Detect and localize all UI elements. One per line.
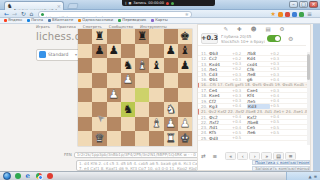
bookmark-label: Переводчик (122, 18, 146, 22)
board-icon[interactable]: ▤ (265, 26, 270, 32)
menu-button[interactable]: ≡ (213, 153, 218, 159)
edit-icon[interactable]: ✎ (223, 26, 228, 32)
square-f1[interactable] (149, 131, 163, 146)
bookmark-item[interactable]: Переводчик (118, 18, 146, 22)
white-eval: +0.3 (232, 94, 247, 98)
eval-badge: +0.3 (201, 33, 218, 44)
window-controls: –□✕ (289, 1, 318, 8)
white-eval: +0.2 (232, 57, 247, 61)
square-b1[interactable]: ♛ (92, 131, 106, 146)
black-knight-d6[interactable]: ♞ (123, 60, 133, 72)
square-e7[interactable] (135, 44, 149, 59)
white-queen-b1[interactable]: ♛ (94, 133, 104, 145)
square-g1[interactable]: ♜ (164, 131, 178, 146)
square-b8[interactable]: ♜ (92, 29, 106, 44)
move-number: 23. (201, 125, 209, 130)
square-b7[interactable]: ♟ (92, 44, 106, 59)
forward-button[interactable]: → (11, 11, 18, 17)
square-e6[interactable]: ♝ (135, 58, 149, 73)
square-g6[interactable] (164, 58, 178, 73)
black-move[interactable]: cxd4 (247, 62, 270, 67)
black-rook-b8[interactable]: ♜ (94, 31, 104, 43)
white-rook-g1[interactable]: ♜ (165, 133, 175, 145)
black-move[interactable]: Сe5 (247, 125, 270, 130)
system-tray[interactable]: ▲≡ (286, 172, 320, 180)
square-f8[interactable] (149, 29, 163, 44)
start-orb[interactable] (3, 172, 11, 180)
square-e2[interactable] (135, 117, 149, 132)
black-move[interactable]: g6 (247, 77, 270, 82)
bookmark-label: Почта (31, 18, 43, 22)
black-move[interactable]: Лb8 (247, 51, 270, 56)
black-eval: +0.5 (270, 120, 285, 124)
move-number: 11. (201, 51, 209, 56)
lichess-favicon-icon: ♞ (7, 3, 12, 9)
white-move[interactable]: Кxe4 (209, 93, 232, 98)
gear-icon[interactable]: ⚙ (288, 35, 293, 42)
white-eval: +0.4 (232, 126, 247, 130)
tray-icon[interactable]: ▲ (309, 174, 312, 179)
square-c3[interactable] (107, 102, 121, 117)
black-eval: +0.4 (270, 78, 285, 82)
bookmark-item[interactable]: Почта (27, 18, 43, 22)
gear-icon[interactable]: ⚙ (280, 26, 285, 32)
close-button[interactable]: ✕ (309, 1, 318, 8)
white-move[interactable]: Лd1 (209, 125, 232, 130)
move-number: 21. (201, 115, 209, 120)
square-f3[interactable] (149, 102, 163, 117)
screen: ♞ Анализ шахматной партии • lichess.org … (0, 0, 320, 180)
white-eval: +0.5 (232, 131, 247, 135)
white-move[interactable]: Сf2 (209, 99, 232, 104)
engine-pv-line[interactable]: 17. Лad1 Фb6 18. Сe3 Фxb2 19. Лb1 Фa3 20… (198, 45, 306, 51)
bookmark-favicon-icon (4, 19, 7, 22)
black-pawn-g7[interactable]: ♟ (165, 45, 175, 57)
variant-icon (39, 51, 46, 58)
square-g7[interactable]: ♟ (164, 44, 178, 59)
extension-icon[interactable] (299, 12, 304, 17)
square-a1[interactable] (78, 131, 92, 146)
square-e8[interactable]: ♜ (135, 29, 149, 44)
black-eval: +0.4 (270, 115, 285, 119)
engine-toggle[interactable] (267, 35, 281, 42)
site-nav-item[interactable]: Сообщество (109, 25, 133, 29)
new-tab-button[interactable] (67, 3, 79, 9)
bookmark-star-icon[interactable]: ★ (185, 12, 189, 17)
white-move[interactable]: Сd3 (209, 72, 232, 77)
black-king-h8[interactable]: ♚ (180, 31, 190, 43)
white-pawn-d5[interactable]: ♟ (123, 74, 133, 86)
square-g8[interactable] (164, 29, 178, 44)
bookmark-item[interactable]: ВКонтакте (48, 18, 73, 22)
square-g5[interactable] (164, 73, 178, 88)
bookmark-favicon-icon (151, 19, 154, 22)
square-h3[interactable] (178, 102, 192, 117)
bookmark-label: Карты (155, 18, 168, 22)
square-d6[interactable]: ♞ (121, 58, 135, 73)
black-move[interactable]: Лe5 (247, 99, 270, 104)
first-move-button[interactable]: « (225, 152, 236, 160)
square-a6[interactable] (78, 58, 92, 73)
white-eval: +0.4 (232, 120, 247, 124)
square-e4[interactable] (135, 88, 149, 103)
taskbar: e ▲≡ (0, 171, 320, 180)
black-move[interactable]: Сf6 (247, 67, 270, 72)
black-bishop-f6[interactable]: ♝ (151, 60, 161, 72)
black-eval: +0.3 (270, 67, 285, 71)
black-move[interactable]: Кxf2 (247, 115, 270, 120)
square-b6[interactable] (92, 58, 106, 73)
bookmark-label: Яндекс (8, 18, 22, 22)
record-icon[interactable] (166, 2, 169, 5)
variant-label: Standard (48, 52, 68, 57)
tray-icon[interactable]: ≡ (314, 174, 317, 179)
record-icon[interactable] (47, 173, 53, 179)
square-a4[interactable] (78, 88, 92, 103)
square-h2[interactable]: ♟ (178, 117, 192, 132)
move-number: 15. (201, 72, 209, 77)
white-bishop-e6[interactable]: ♝ (137, 60, 147, 72)
white-eval: +0.2 (232, 67, 247, 71)
engine-info: Глубина 20/45 Stockfish 10+ в браузере (221, 34, 265, 44)
move-number: 22. (201, 120, 209, 125)
white-eval: +0.2 (232, 52, 247, 56)
move-number: 17. (201, 88, 209, 93)
square-f6[interactable]: ♝ (149, 58, 163, 73)
panel-tabs: ✎✚☻▤⚙ (198, 26, 310, 32)
white-move[interactable]: Фb1 (209, 77, 232, 82)
chrome-icon[interactable] (36, 173, 42, 179)
square-f2[interactable]: ♝ (149, 117, 163, 132)
white-move[interactable]: Фc2 (209, 115, 232, 120)
minimize-button[interactable]: – (289, 1, 298, 8)
white-bishop-f2[interactable]: ♝ (151, 118, 161, 130)
home-button[interactable]: ⌂ (28, 11, 35, 17)
bookmark-item[interactable]: Яндекс (4, 18, 22, 22)
black-eval: +0.4 (270, 99, 285, 103)
square-a8[interactable] (78, 29, 92, 44)
action-button[interactable]: Практика с компьютером (252, 160, 310, 166)
square-c5[interactable] (107, 73, 121, 88)
black-eval: +0.5 (270, 131, 285, 135)
chevron-down-icon: ▾ (75, 52, 77, 57)
app-green[interactable] (15, 173, 21, 179)
site-nav-item[interactable]: Инструменты (140, 25, 167, 29)
square-a5[interactable] (78, 73, 92, 88)
extension-icon[interactable] (292, 12, 297, 17)
favorites-star-icon[interactable]: ★ (271, 11, 276, 17)
black-eval: +0.3 (270, 73, 285, 77)
prev-move-button[interactable]: ‹ (237, 152, 248, 160)
bookmark-favicon-icon (78, 19, 81, 22)
black-move[interactable]: Сxe4 (247, 88, 270, 93)
address-bar[interactable]: https://lichess.org/analysis ★ (38, 11, 192, 18)
black-eval: +0.3 (270, 57, 285, 61)
white-eval: +0.3 (232, 89, 247, 93)
movelist-scrollbar[interactable] (307, 52, 310, 145)
white-eval: +0.5 (232, 136, 247, 140)
bookmark-item[interactable]: Одноклассники (78, 18, 113, 22)
site-nav-item[interactable]: Практика (57, 25, 76, 29)
square-c4[interactable]: ♟ (107, 88, 121, 103)
move-number: 13. (201, 62, 209, 67)
recording-label: Запись (133, 2, 146, 5)
square-d1[interactable] (121, 131, 135, 146)
pause-icon[interactable]: ‖ (125, 2, 127, 4)
square-c2[interactable] (107, 117, 121, 132)
white-eval: +0.4 (232, 104, 247, 108)
white-move[interactable]: Кxd4 (209, 62, 232, 67)
engine-eval-row: +0.3 Глубина 20/45 Stockfish 10+ в брауз… (198, 33, 310, 44)
move-row[interactable]: 25.Фd3+0.5 (198, 136, 307, 141)
move-number: 18. (201, 93, 209, 98)
move-number: 19. (201, 99, 209, 104)
square-d8[interactable] (121, 29, 135, 44)
white-move[interactable]: Кg3 (209, 104, 232, 109)
back-button[interactable]: ← (3, 11, 10, 17)
square-h7[interactable]: ♝ (178, 44, 192, 59)
square-g4[interactable] (164, 88, 178, 103)
black-move[interactable]: Лe6 (247, 130, 270, 135)
analysis-panel: ✎✚☻▤⚙ +0.3 Глубина 20/45 Stockfish 10+ в… (197, 24, 311, 172)
white-move[interactable]: Фb3 (209, 51, 232, 56)
move-number: 24. (201, 130, 209, 135)
square-f5[interactable] (149, 73, 163, 88)
black-eval: +0.4 (270, 94, 285, 98)
white-eval: +0.4 (232, 115, 247, 119)
square-h8[interactable]: ♚ (178, 29, 192, 44)
bookmark-label: Одноклассники (82, 18, 113, 22)
black-pawn-c7[interactable]: ♟ (108, 45, 118, 57)
bookmark-favicon-icon (48, 19, 51, 22)
square-e1[interactable] (135, 131, 149, 146)
site-nav-item[interactable]: Смотреть (83, 25, 102, 29)
square-c8[interactable] (107, 29, 121, 44)
bookmark-favicon-icon (118, 19, 121, 22)
white-move[interactable]: Лe1 (209, 67, 232, 72)
lichess-page: ИгратьПрактикаСмотретьСообществоИнструме… (0, 24, 313, 172)
white-pawn-g2[interactable]: ♟ (165, 118, 175, 130)
maximize-button[interactable]: □ (299, 1, 308, 8)
plus-icon[interactable]: ✚ (237, 26, 242, 32)
square-f4[interactable] (149, 88, 163, 103)
square-d7[interactable] (121, 44, 135, 59)
white-move[interactable]: Лxf2 (209, 120, 232, 125)
square-h4[interactable] (178, 88, 192, 103)
square-d3[interactable]: ♞ (121, 102, 135, 117)
square-c1[interactable] (107, 131, 121, 146)
site-nav-item[interactable]: Играть (36, 25, 50, 29)
square-b4[interactable] (92, 88, 106, 103)
white-move[interactable]: Сe4 (209, 88, 232, 93)
black-move[interactable]: Кd3 (247, 104, 270, 109)
recording-time: 00:00:00 (148, 2, 164, 5)
site-nav: ИгратьПрактикаСмотретьСообществоИнструме… (36, 25, 167, 29)
toolbar-icons: ★ ≡ (271, 11, 312, 17)
move-number: 25. (201, 136, 209, 141)
move-number: 16. (201, 77, 209, 82)
square-h6[interactable]: ♟ (178, 58, 192, 73)
tab-close-icon[interactable]: × (57, 3, 61, 9)
move-list[interactable]: 11.Фb3+0.2Лb8+0.212.Сc2+0.2Кd4+0.313.Кxd… (198, 51, 307, 145)
square-c6[interactable] (107, 58, 121, 73)
chess-board[interactable]: ♜♜♚♟♟♟♝♞♝♝♟♟♟♞♞♝♟♟♛♜♚ (78, 29, 192, 146)
browser-menu-icon[interactable]: ≡ (307, 11, 312, 17)
white-move[interactable]: Кf5 (209, 130, 232, 135)
square-b5[interactable] (92, 73, 106, 88)
square-e3[interactable] (135, 102, 149, 117)
white-pawn-c4[interactable]: ♟ (108, 89, 118, 101)
move-number: 12. (201, 56, 209, 61)
square-g2[interactable]: ♟ (164, 117, 178, 132)
action-buttons: Практика с компьютеромЗапросить компьюте… (252, 160, 310, 172)
square-e5[interactable] (135, 73, 149, 88)
black-rook-e8[interactable]: ♜ (137, 31, 147, 43)
flip-board-button[interactable]: ⇄ (201, 153, 206, 159)
black-eval: +0.3 (270, 62, 285, 66)
black-move[interactable]: Кf4 (247, 93, 270, 98)
black-move[interactable]: Кd4 (247, 56, 270, 61)
black-bishop-h7[interactable]: ♝ (180, 45, 190, 57)
black-eval: +0.5 (270, 126, 285, 130)
square-a7[interactable] (78, 44, 92, 59)
recording-aux-icon[interactable] (171, 2, 174, 5)
white-eval: +0.3 (232, 78, 247, 82)
square-c7[interactable]: ♟ (107, 44, 121, 59)
variant-select[interactable]: Standard ▾ (36, 49, 80, 61)
white-king-h1[interactable]: ♚ (180, 133, 190, 145)
white-eval: +0.3 (232, 62, 247, 66)
black-eval: +0.5 (270, 104, 285, 108)
square-d2[interactable] (121, 117, 135, 132)
square-h1[interactable]: ♚ (178, 131, 192, 146)
refresh-button[interactable]: ↻ (20, 11, 27, 17)
move-number: 14. (201, 67, 209, 72)
bookmark-label: ВКонтакте (52, 18, 73, 22)
user-icon[interactable]: ☻ (251, 26, 257, 32)
move-number: 20. (201, 104, 209, 109)
black-pawn-b7[interactable]: ♟ (94, 45, 104, 57)
white-eval: +0.3 (232, 73, 247, 77)
black-move[interactable]: Лe8 (247, 72, 270, 77)
recording-toolbar[interactable]: ‖ ■ Запись 00:00:00 (122, 0, 215, 6)
white-move[interactable]: Сc2 (209, 56, 232, 61)
square-f7[interactable] (149, 44, 163, 59)
black-pawn-h6[interactable]: ♟ (180, 60, 190, 72)
square-d5[interactable]: ♟ (121, 73, 135, 88)
https-lock-icon (41, 13, 44, 16)
white-move[interactable]: Фd3 (209, 136, 232, 141)
browser-tab[interactable]: ♞ Анализ шахматной партии • lichess.org … (4, 1, 64, 10)
square-h5[interactable] (178, 73, 192, 88)
white-pawn-h2[interactable]: ♟ (180, 118, 190, 130)
black-move[interactable]: Лbe8 (247, 120, 270, 125)
extension-icon[interactable] (278, 12, 283, 17)
black-eval: +0.2 (270, 52, 285, 56)
ie-icon[interactable]: e (26, 173, 32, 179)
stop-icon[interactable]: ■ (129, 2, 132, 4)
white-knight-g3[interactable]: ♞ (165, 104, 175, 116)
black-eval: +0.3 (270, 89, 285, 93)
square-d4[interactable] (121, 88, 135, 103)
black-knight-d3[interactable]: ♞ (123, 104, 133, 116)
white-eval: +0.3 (232, 99, 247, 103)
square-a3[interactable] (78, 102, 92, 117)
extension-icon[interactable] (285, 12, 290, 17)
bookmark-item[interactable]: Карты (151, 18, 168, 22)
fen-label: FEN (64, 152, 72, 157)
square-g3[interactable]: ♞ (164, 102, 178, 117)
square-a2[interactable] (78, 117, 92, 132)
bookmark-favicon-icon (27, 19, 30, 22)
